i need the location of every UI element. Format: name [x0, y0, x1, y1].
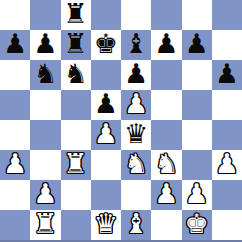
black-rook[interactable]: ♜: [64, 0, 88, 29]
square-c1[interactable]: [61, 210, 91, 240]
square-e6[interactable]: ♟: [121, 60, 151, 90]
square-e5[interactable]: ♟: [121, 90, 151, 120]
black-knight[interactable]: ♞: [64, 60, 88, 89]
black-bishop[interactable]: ♝: [124, 30, 148, 59]
square-g3[interactable]: [182, 150, 212, 180]
white-king[interactable]: ♚: [185, 210, 209, 239]
square-b6[interactable]: ♞: [30, 60, 60, 90]
square-a2[interactable]: [0, 180, 30, 210]
white-pawn[interactable]: ♟: [185, 180, 209, 209]
square-f6[interactable]: [151, 60, 181, 90]
square-c2[interactable]: [61, 180, 91, 210]
square-f3[interactable]: ♞: [151, 150, 181, 180]
square-d1[interactable]: ♛: [91, 210, 121, 240]
white-pawn[interactable]: ♟: [94, 120, 118, 149]
square-h4[interactable]: [212, 120, 242, 150]
square-g8[interactable]: [182, 0, 212, 30]
white-pawn[interactable]: ♟: [215, 150, 239, 179]
square-d8[interactable]: [91, 0, 121, 30]
square-b5[interactable]: [30, 90, 60, 120]
square-c8[interactable]: ♜: [61, 0, 91, 30]
white-rook[interactable]: ♜: [33, 210, 57, 239]
square-a3[interactable]: ♟: [0, 150, 30, 180]
square-e4[interactable]: ♛: [121, 120, 151, 150]
black-pawn[interactable]: ♟: [3, 30, 27, 59]
square-e1[interactable]: ♝: [121, 210, 151, 240]
square-c5[interactable]: [61, 90, 91, 120]
chess-board-panel: ♜♟♟♜♚♝♟♟♞♞♟♟♟♟♟♛♟♜♞♞♟♟♟♟♜♛♝♚: [0, 0, 242, 242]
square-d4[interactable]: ♟: [91, 120, 121, 150]
black-pawn[interactable]: ♟: [33, 30, 57, 59]
square-f1[interactable]: [151, 210, 181, 240]
square-a7[interactable]: ♟: [0, 30, 30, 60]
black-pawn[interactable]: ♟: [154, 30, 178, 59]
square-a6[interactable]: [0, 60, 30, 90]
black-knight[interactable]: ♞: [33, 60, 57, 89]
square-h3[interactable]: ♟: [212, 150, 242, 180]
square-g7[interactable]: ♟: [182, 30, 212, 60]
square-a4[interactable]: [0, 120, 30, 150]
square-c6[interactable]: ♞: [61, 60, 91, 90]
white-pawn[interactable]: ♟: [3, 150, 27, 179]
black-pawn[interactable]: ♟: [185, 30, 209, 59]
square-f2[interactable]: ♟: [151, 180, 181, 210]
black-queen[interactable]: ♛: [124, 120, 148, 149]
white-pawn[interactable]: ♟: [124, 90, 148, 119]
square-f4[interactable]: [151, 120, 181, 150]
square-h7[interactable]: [212, 30, 242, 60]
square-b7[interactable]: ♟: [30, 30, 60, 60]
chess-board: ♜♟♟♜♚♝♟♟♞♞♟♟♟♟♟♛♟♜♞♞♟♟♟♟♜♛♝♚: [0, 0, 242, 242]
square-f5[interactable]: [151, 90, 181, 120]
white-bishop[interactable]: ♝: [124, 210, 148, 239]
square-d2[interactable]: [91, 180, 121, 210]
white-knight[interactable]: ♞: [154, 150, 178, 179]
white-pawn[interactable]: ♟: [154, 180, 178, 209]
square-g6[interactable]: [182, 60, 212, 90]
square-g4[interactable]: [182, 120, 212, 150]
white-rook[interactable]: ♜: [64, 150, 88, 179]
black-king[interactable]: ♚: [94, 30, 118, 59]
square-e2[interactable]: [121, 180, 151, 210]
square-g2[interactable]: ♟: [182, 180, 212, 210]
square-f7[interactable]: ♟: [151, 30, 181, 60]
square-f8[interactable]: [151, 0, 181, 30]
square-h6[interactable]: ♟: [212, 60, 242, 90]
square-d5[interactable]: ♟: [91, 90, 121, 120]
square-c4[interactable]: [61, 120, 91, 150]
black-pawn[interactable]: ♟: [215, 60, 239, 89]
black-pawn[interactable]: ♟: [124, 60, 148, 89]
square-e3[interactable]: ♞: [121, 150, 151, 180]
white-knight[interactable]: ♞: [124, 150, 148, 179]
square-h2[interactable]: [212, 180, 242, 210]
square-b3[interactable]: [30, 150, 60, 180]
square-e8[interactable]: [121, 0, 151, 30]
square-g5[interactable]: [182, 90, 212, 120]
square-e7[interactable]: ♝: [121, 30, 151, 60]
square-d3[interactable]: [91, 150, 121, 180]
square-b2[interactable]: ♟: [30, 180, 60, 210]
square-h8[interactable]: [212, 0, 242, 30]
black-rook[interactable]: ♜: [64, 30, 88, 59]
square-b8[interactable]: [30, 0, 60, 30]
square-h5[interactable]: [212, 90, 242, 120]
black-pawn[interactable]: ♟: [94, 90, 118, 119]
white-pawn[interactable]: ♟: [33, 180, 57, 209]
square-d6[interactable]: [91, 60, 121, 90]
square-a1[interactable]: [0, 210, 30, 240]
square-c3[interactable]: ♜: [61, 150, 91, 180]
square-a8[interactable]: [0, 0, 30, 30]
square-b1[interactable]: ♜: [30, 210, 60, 240]
square-g1[interactable]: ♚: [182, 210, 212, 240]
square-c7[interactable]: ♜: [61, 30, 91, 60]
square-a5[interactable]: [0, 90, 30, 120]
square-b4[interactable]: [30, 120, 60, 150]
square-d7[interactable]: ♚: [91, 30, 121, 60]
white-queen[interactable]: ♛: [94, 210, 118, 239]
square-h1[interactable]: [212, 210, 242, 240]
